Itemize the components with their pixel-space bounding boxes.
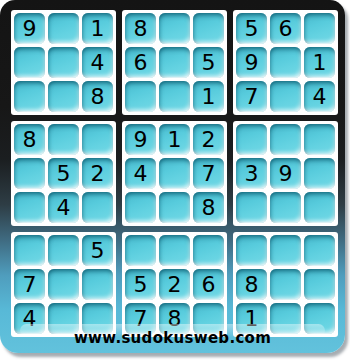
cell-r7c7[interactable] [236,235,267,266]
cell-r6c4[interactable] [125,192,156,223]
box-9: 81 [233,232,338,337]
cell-r4c8[interactable] [270,124,301,155]
cell-r6c1[interactable] [14,192,45,223]
cell-r5c8[interactable]: 9 [270,158,301,189]
cell-r1c7[interactable]: 5 [236,13,267,44]
cell-r5c5[interactable] [159,158,190,189]
cell-r3c2[interactable] [48,81,79,112]
cell-r3c3[interactable]: 8 [82,81,113,112]
cell-r3c1[interactable] [14,81,45,112]
cell-r3c5[interactable] [159,81,190,112]
cell-r7c1[interactable] [14,235,45,266]
cell-r1c9[interactable] [304,13,335,44]
cell-r8c8[interactable] [270,269,301,300]
cell-r5c2[interactable]: 5 [48,158,79,189]
cell-r7c6[interactable] [193,235,224,266]
cell-r8c2[interactable] [48,269,79,300]
cell-r4c2[interactable] [48,124,79,155]
cell-r3c4[interactable] [125,81,156,112]
cell-r7c9[interactable] [304,235,335,266]
cell-r3c8[interactable] [270,81,301,112]
cell-r2c8[interactable] [270,47,301,78]
cell-r8c7[interactable]: 8 [236,269,267,300]
cell-r3c6[interactable]: 1 [193,81,224,112]
cell-r1c6[interactable] [193,13,224,44]
cell-r7c8[interactable] [270,235,301,266]
cell-r6c7[interactable] [236,192,267,223]
box-2: 8651 [122,10,227,115]
cell-r7c3[interactable]: 5 [82,235,113,266]
cell-r2c5[interactable] [159,47,190,78]
cell-r8c4[interactable]: 5 [125,269,156,300]
cell-r2c4[interactable]: 6 [125,47,156,78]
cell-r8c1[interactable]: 7 [14,269,45,300]
cell-r5c6[interactable]: 7 [193,158,224,189]
box-3: 569174 [233,10,338,115]
cell-r8c6[interactable]: 6 [193,269,224,300]
cell-r7c5[interactable] [159,235,190,266]
cell-r7c2[interactable] [48,235,79,266]
cell-r3c9[interactable]: 4 [304,81,335,112]
cell-r4c7[interactable] [236,124,267,155]
cell-r4c9[interactable] [304,124,335,155]
box-1: 9148 [11,10,116,115]
cell-r6c3[interactable] [82,192,113,223]
footer: www.sudokusweb.com [0,326,345,350]
box-7: 574 [11,232,116,337]
box-4: 8524 [11,121,116,226]
cell-r7c4[interactable] [125,235,156,266]
box-6: 39 [233,121,338,226]
cell-r1c8[interactable]: 6 [270,13,301,44]
cell-r1c3[interactable]: 1 [82,13,113,44]
cell-r8c3[interactable] [82,269,113,300]
cell-r2c2[interactable] [48,47,79,78]
website-link[interactable]: www.sudokusweb.com [74,329,271,347]
cell-r2c7[interactable]: 9 [236,47,267,78]
cell-r1c2[interactable] [48,13,79,44]
cell-r1c1[interactable]: 9 [14,13,45,44]
sudoku-grid: 914886515691748524912478395745267881 [11,10,338,337]
cell-r6c2[interactable]: 4 [48,192,79,223]
cell-r8c9[interactable] [304,269,335,300]
cell-r8c5[interactable]: 2 [159,269,190,300]
cell-r5c1[interactable] [14,158,45,189]
cell-r4c5[interactable]: 1 [159,124,190,155]
cell-r5c9[interactable] [304,158,335,189]
cell-r1c5[interactable] [159,13,190,44]
box-5: 912478 [122,121,227,226]
cell-r2c3[interactable]: 4 [82,47,113,78]
cell-r5c7[interactable]: 3 [236,158,267,189]
cell-r4c1[interactable]: 8 [14,124,45,155]
cell-r4c4[interactable]: 9 [125,124,156,155]
cell-r6c6[interactable]: 8 [193,192,224,223]
cell-r2c6[interactable]: 5 [193,47,224,78]
cell-r4c6[interactable]: 2 [193,124,224,155]
cell-r2c1[interactable] [14,47,45,78]
cell-r1c4[interactable]: 8 [125,13,156,44]
cell-r6c5[interactable] [159,192,190,223]
cell-r5c3[interactable]: 2 [82,158,113,189]
cell-r5c4[interactable]: 4 [125,158,156,189]
sudoku-board: 914886515691748524912478395745267881 www… [0,0,345,353]
cell-r6c8[interactable] [270,192,301,223]
cell-r4c3[interactable] [82,124,113,155]
cell-r6c9[interactable] [304,192,335,223]
cell-r2c9[interactable]: 1 [304,47,335,78]
box-8: 52678 [122,232,227,337]
cell-r3c7[interactable]: 7 [236,81,267,112]
